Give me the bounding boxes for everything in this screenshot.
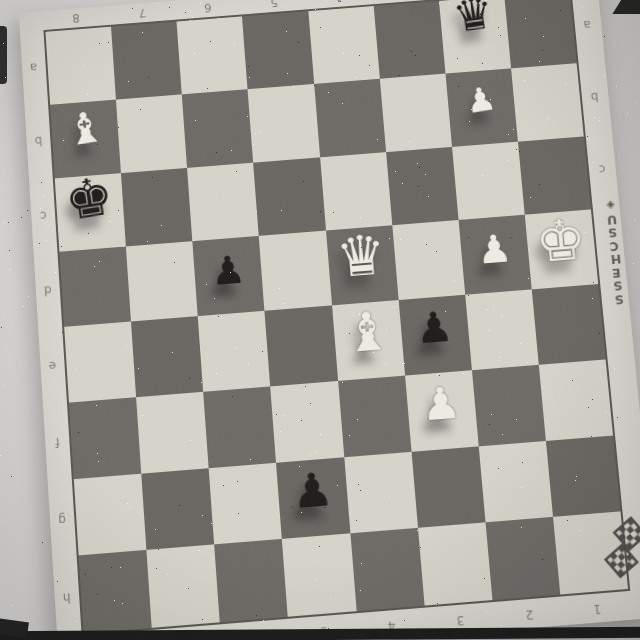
piece-white-pawn-f3[interactable]: ♟ xyxy=(419,380,462,427)
piece-white-bishop-b8[interactable]: ♝ xyxy=(62,104,107,152)
coordinate-label: 7 xyxy=(138,6,146,20)
table-corner-shadow-bottom-left xyxy=(0,618,29,639)
coordinate-label: g xyxy=(58,512,67,527)
square-e2[interactable] xyxy=(465,289,539,370)
coordinate-label: 2 xyxy=(525,607,534,622)
square-h5[interactable] xyxy=(282,534,356,617)
square-e8[interactable] xyxy=(64,321,136,402)
us-chess-text: ◈ US CHESS xyxy=(604,199,625,306)
square-f4[interactable] xyxy=(338,375,412,456)
square-e7[interactable] xyxy=(131,316,203,397)
piece-black-pawn-g5[interactable]: ♟ xyxy=(290,465,335,515)
square-a4[interactable] xyxy=(308,6,380,84)
square-g6[interactable] xyxy=(209,462,282,544)
square-g5[interactable]: ♟ xyxy=(276,457,350,539)
square-b2[interactable]: ♟ xyxy=(445,68,518,146)
square-g2[interactable] xyxy=(478,440,552,522)
coordinate-label: c xyxy=(39,208,46,222)
piece-black-king-c8[interactable]: ♚ xyxy=(62,170,118,230)
square-f1[interactable] xyxy=(539,359,613,440)
coordinate-label: 4 xyxy=(336,0,345,4)
film-specks-light xyxy=(0,0,1,1)
coordinate-label: 1 xyxy=(593,602,602,617)
square-d1[interactable]: ♚ xyxy=(525,210,599,290)
square-c5[interactable] xyxy=(253,157,325,236)
coordinate-label: b xyxy=(590,90,599,104)
brand-letter: S xyxy=(614,292,624,306)
us-chess-diamond-logo-icon xyxy=(600,513,640,584)
square-f2[interactable] xyxy=(472,365,546,446)
square-b4[interactable] xyxy=(314,79,386,157)
square-a2[interactable]: ♛ xyxy=(439,0,511,73)
square-a5[interactable] xyxy=(242,11,313,89)
square-a3[interactable] xyxy=(373,1,445,79)
piece-white-pawn-b2[interactable]: ♟ xyxy=(463,81,498,118)
square-g1[interactable] xyxy=(546,435,621,517)
square-c6[interactable] xyxy=(187,162,259,241)
coordinate-label: 8 xyxy=(72,11,80,25)
photo-canvas: 87654321 87654321 abcdefgh abc ♛♝♟♚♟♛♟♚♝… xyxy=(0,0,640,640)
table-shadow-left xyxy=(0,26,7,84)
square-e6[interactable] xyxy=(198,311,271,392)
square-d4[interactable]: ♛ xyxy=(326,226,399,306)
square-b6[interactable] xyxy=(182,89,253,167)
square-d6[interactable]: ♟ xyxy=(193,236,265,316)
square-c7[interactable] xyxy=(121,167,193,246)
square-a8[interactable] xyxy=(45,27,116,105)
square-h3[interactable] xyxy=(418,523,493,606)
coordinate-label: b xyxy=(34,134,42,148)
board-grid: ♛♝♟♚♟♛♟♚♝♟♟♟ xyxy=(43,0,630,636)
square-e1[interactable] xyxy=(532,284,606,365)
piece-black-queen-a2[interactable]: ♛ xyxy=(449,0,496,39)
coordinate-label: 5 xyxy=(270,0,278,9)
square-c4[interactable] xyxy=(320,152,392,231)
piece-black-pawn-d6[interactable]: ♟ xyxy=(209,249,247,290)
square-f5[interactable] xyxy=(271,381,344,463)
square-b5[interactable] xyxy=(248,84,320,162)
square-a6[interactable] xyxy=(177,16,248,94)
chess-board: 87654321 87654321 abcdefgh abc ♛♝♟♚♟♛♟♚♝… xyxy=(19,0,640,640)
coordinate-label: e xyxy=(48,359,56,374)
square-e4[interactable]: ♝ xyxy=(332,300,405,381)
square-a7[interactable] xyxy=(111,22,182,100)
square-g3[interactable] xyxy=(411,446,485,528)
coordinate-label: f xyxy=(55,435,60,449)
coordinate-label: h xyxy=(63,590,72,605)
square-g4[interactable] xyxy=(344,451,418,533)
square-c8[interactable]: ♚ xyxy=(55,173,126,252)
square-d5[interactable] xyxy=(259,231,331,311)
square-h6[interactable] xyxy=(214,539,288,622)
coordinate-label: 3 xyxy=(456,613,465,628)
square-h7[interactable] xyxy=(147,545,220,628)
piece-white-bishop-e4[interactable]: ♝ xyxy=(342,304,394,360)
square-d2[interactable]: ♟ xyxy=(458,215,531,295)
square-b7[interactable] xyxy=(116,94,187,173)
square-d7[interactable] xyxy=(126,241,198,321)
board-scene: 87654321 87654321 abcdefgh abc ♛♝♟♚♟♛♟♚♝… xyxy=(40,0,632,638)
square-g8[interactable] xyxy=(74,473,147,555)
square-b8[interactable]: ♝ xyxy=(50,99,121,178)
square-h4[interactable] xyxy=(350,528,424,611)
square-f3[interactable]: ♟ xyxy=(405,370,479,451)
square-c2[interactable] xyxy=(452,141,525,220)
square-c1[interactable] xyxy=(518,136,591,215)
coordinate-label: a xyxy=(30,60,38,74)
square-d8[interactable] xyxy=(59,247,131,327)
piece-white-queen-d4[interactable]: ♛ xyxy=(334,227,388,286)
square-e3[interactable]: ♟ xyxy=(398,295,471,376)
brand-letter: S xyxy=(608,225,618,239)
square-a1[interactable] xyxy=(504,0,576,68)
square-f8[interactable] xyxy=(69,397,141,479)
piece-white-king-d1[interactable]: ♚ xyxy=(533,211,589,271)
coordinate-label: d xyxy=(44,283,52,297)
square-d3[interactable] xyxy=(392,220,465,300)
square-h2[interactable] xyxy=(485,517,560,600)
square-e5[interactable] xyxy=(265,305,338,386)
square-b1[interactable] xyxy=(511,63,584,141)
square-g7[interactable] xyxy=(141,468,214,550)
square-c3[interactable] xyxy=(386,146,459,225)
film-specks-dark xyxy=(0,0,1,1)
square-h8[interactable] xyxy=(79,550,152,633)
square-b3[interactable] xyxy=(379,73,451,151)
coordinate-label: 6 xyxy=(204,1,212,15)
us-chess-mini-logo-icon: ◈ xyxy=(605,199,615,211)
coordinate-label: c xyxy=(598,162,606,176)
square-f7[interactable] xyxy=(136,392,209,474)
piece-black-pawn-e3[interactable]: ♟ xyxy=(414,306,455,351)
square-f6[interactable] xyxy=(203,386,276,468)
piece-white-pawn-d2[interactable]: ♟ xyxy=(475,228,513,269)
coordinate-label: a xyxy=(583,18,591,32)
brand-letter: S xyxy=(613,279,623,293)
